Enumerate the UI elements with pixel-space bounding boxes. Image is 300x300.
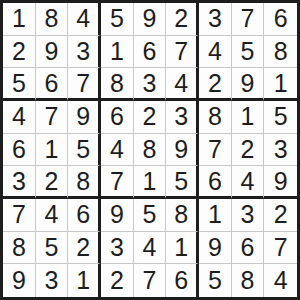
cell-r3c1[interactable]: 5	[3, 68, 36, 101]
cell-r7c4[interactable]: 9	[101, 199, 134, 232]
cell-r7c1[interactable]: 7	[3, 199, 36, 232]
cell-r1c2[interactable]: 8	[36, 3, 69, 36]
cell-r8c3[interactable]: 2	[68, 232, 101, 265]
cell-r8c6[interactable]: 1	[166, 232, 199, 265]
cell-r5c5[interactable]: 8	[134, 134, 167, 167]
cell-r1c5[interactable]: 9	[134, 3, 167, 36]
cell-r3c3[interactable]: 7	[68, 68, 101, 101]
cell-r6c8[interactable]: 4	[232, 166, 265, 199]
cell-r1c7[interactable]: 3	[199, 3, 232, 36]
cell-r4c4[interactable]: 6	[101, 101, 134, 134]
cell-r1c6[interactable]: 2	[166, 3, 199, 36]
cell-r2c1[interactable]: 2	[3, 36, 36, 69]
cell-r3c9[interactable]: 1	[264, 68, 297, 101]
cell-r1c8[interactable]: 7	[232, 3, 265, 36]
cell-r8c5[interactable]: 4	[134, 232, 167, 265]
cell-r9c8[interactable]: 8	[232, 264, 265, 297]
cell-r6c6[interactable]: 5	[166, 166, 199, 199]
cell-r7c5[interactable]: 5	[134, 199, 167, 232]
cell-r4c1[interactable]: 4	[3, 101, 36, 134]
cell-r3c2[interactable]: 6	[36, 68, 69, 101]
cell-r5c4[interactable]: 4	[101, 134, 134, 167]
cell-r2c4[interactable]: 1	[101, 36, 134, 69]
cell-r3c4[interactable]: 8	[101, 68, 134, 101]
cell-r6c9[interactable]: 9	[264, 166, 297, 199]
cell-r3c7[interactable]: 2	[199, 68, 232, 101]
cell-r6c4[interactable]: 7	[101, 166, 134, 199]
cell-r6c7[interactable]: 6	[199, 166, 232, 199]
cell-r2c8[interactable]: 5	[232, 36, 265, 69]
cell-r1c9[interactable]: 6	[264, 3, 297, 36]
cell-r6c2[interactable]: 2	[36, 166, 69, 199]
cell-r3c5[interactable]: 3	[134, 68, 167, 101]
cell-r8c1[interactable]: 8	[3, 232, 36, 265]
cell-r7c9[interactable]: 2	[264, 199, 297, 232]
cell-r5c7[interactable]: 7	[199, 134, 232, 167]
cell-r7c7[interactable]: 1	[199, 199, 232, 232]
cell-r6c5[interactable]: 1	[134, 166, 167, 199]
cell-r2c3[interactable]: 3	[68, 36, 101, 69]
cell-r4c2[interactable]: 7	[36, 101, 69, 134]
cell-r4c3[interactable]: 9	[68, 101, 101, 134]
cell-r5c1[interactable]: 6	[3, 134, 36, 167]
cell-r4c7[interactable]: 8	[199, 101, 232, 134]
cell-r1c1[interactable]: 1	[3, 3, 36, 36]
cell-r8c8[interactable]: 6	[232, 232, 265, 265]
cell-r5c3[interactable]: 5	[68, 134, 101, 167]
cell-r8c2[interactable]: 5	[36, 232, 69, 265]
cell-r5c9[interactable]: 3	[264, 134, 297, 167]
cell-r5c6[interactable]: 9	[166, 134, 199, 167]
cell-r9c2[interactable]: 3	[36, 264, 69, 297]
cell-r4c9[interactable]: 5	[264, 101, 297, 134]
cell-r2c2[interactable]: 9	[36, 36, 69, 69]
cell-r4c5[interactable]: 2	[134, 101, 167, 134]
cell-r8c7[interactable]: 9	[199, 232, 232, 265]
cell-r7c6[interactable]: 8	[166, 199, 199, 232]
cell-r2c9[interactable]: 8	[264, 36, 297, 69]
cell-r8c4[interactable]: 3	[101, 232, 134, 265]
cell-r4c6[interactable]: 3	[166, 101, 199, 134]
cell-r7c8[interactable]: 3	[232, 199, 265, 232]
cell-r2c5[interactable]: 6	[134, 36, 167, 69]
cell-r1c3[interactable]: 4	[68, 3, 101, 36]
cell-r9c1[interactable]: 9	[3, 264, 36, 297]
cell-r4c8[interactable]: 1	[232, 101, 265, 134]
sudoku-board: 1845923762931674585678342914796238156154…	[0, 0, 300, 300]
cell-r5c8[interactable]: 2	[232, 134, 265, 167]
cell-r9c3[interactable]: 1	[68, 264, 101, 297]
cell-r2c6[interactable]: 7	[166, 36, 199, 69]
cell-r3c8[interactable]: 9	[232, 68, 265, 101]
cell-r5c2[interactable]: 1	[36, 134, 69, 167]
cell-r9c4[interactable]: 2	[101, 264, 134, 297]
cell-r6c1[interactable]: 3	[3, 166, 36, 199]
cell-r7c2[interactable]: 4	[36, 199, 69, 232]
cell-r6c3[interactable]: 8	[68, 166, 101, 199]
cell-r8c9[interactable]: 7	[264, 232, 297, 265]
cell-r7c3[interactable]: 6	[68, 199, 101, 232]
cell-r9c6[interactable]: 6	[166, 264, 199, 297]
cell-r9c9[interactable]: 4	[264, 264, 297, 297]
cell-r1c4[interactable]: 5	[101, 3, 134, 36]
cell-r3c6[interactable]: 4	[166, 68, 199, 101]
cell-r2c7[interactable]: 4	[199, 36, 232, 69]
cell-r9c7[interactable]: 5	[199, 264, 232, 297]
cell-r9c5[interactable]: 7	[134, 264, 167, 297]
